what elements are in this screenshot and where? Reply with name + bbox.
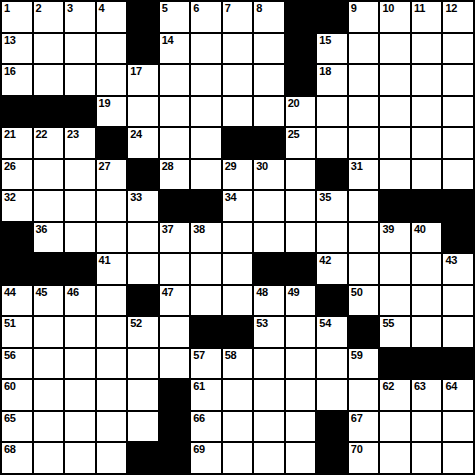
cell-r3c13[interactable] <box>380 65 410 95</box>
black-square-r9c10 <box>286 254 316 284</box>
cell-r5c13[interactable] <box>380 128 410 158</box>
cell-r14c10[interactable] <box>286 412 316 442</box>
clue-number-19: 19 <box>99 97 111 110</box>
cell-r9c15[interactable]: 43 <box>443 254 473 284</box>
clue-number-40: 40 <box>414 223 426 236</box>
cell-r5c11[interactable] <box>317 128 347 158</box>
cell-r13c9[interactable] <box>254 380 284 410</box>
black-square-r12c13 <box>380 349 410 379</box>
cell-r12c3[interactable] <box>65 349 95 379</box>
cell-r15c8[interactable] <box>223 443 253 473</box>
cell-r11c3[interactable] <box>65 317 95 347</box>
cell-r14c9[interactable] <box>254 412 284 442</box>
clue-number-63: 63 <box>414 380 426 393</box>
cell-r8c2[interactable]: 36 <box>34 223 64 253</box>
cell-r3c8[interactable] <box>223 65 253 95</box>
cell-r10c4[interactable] <box>97 286 127 316</box>
cell-r11c9[interactable]: 53 <box>254 317 284 347</box>
cell-r9c8[interactable] <box>223 254 253 284</box>
clue-number-55: 55 <box>382 317 394 330</box>
black-square-r5c9 <box>254 128 284 158</box>
cell-r12c8[interactable]: 58 <box>223 349 253 379</box>
clue-number-50: 50 <box>351 286 363 299</box>
cell-r6c13[interactable] <box>380 160 410 190</box>
cell-r13c14[interactable]: 63 <box>412 380 442 410</box>
black-square-r9c3 <box>65 254 95 284</box>
cell-r1c12[interactable]: 9 <box>349 2 379 32</box>
cell-r13c13[interactable]: 62 <box>380 380 410 410</box>
black-square-r2c10 <box>286 34 316 64</box>
clue-number-68: 68 <box>4 443 16 456</box>
cell-r12c4[interactable] <box>97 349 127 379</box>
clue-number-51: 51 <box>4 317 16 330</box>
black-square-r1c11 <box>317 2 347 32</box>
cell-r7c3[interactable] <box>65 191 95 221</box>
cell-r9c4[interactable]: 41 <box>97 254 127 284</box>
cell-r1c7[interactable]: 6 <box>191 2 221 32</box>
cell-r6c3[interactable] <box>65 160 95 190</box>
cell-r12c1[interactable]: 56 <box>2 349 32 379</box>
cell-r8c7[interactable]: 38 <box>191 223 221 253</box>
clue-number-33: 33 <box>130 191 142 204</box>
cell-r15c13[interactable] <box>380 443 410 473</box>
cell-r14c3[interactable] <box>65 412 95 442</box>
cell-r11c5[interactable]: 52 <box>128 317 158 347</box>
clue-number-8: 8 <box>256 2 262 15</box>
clue-number-35: 35 <box>319 191 331 204</box>
clue-number-46: 46 <box>67 286 79 299</box>
cell-r3c3[interactable] <box>65 65 95 95</box>
black-square-r5c8 <box>223 128 253 158</box>
black-square-r10c5 <box>128 286 158 316</box>
black-square-r11c12 <box>349 317 379 347</box>
cell-r14c4[interactable] <box>97 412 127 442</box>
cell-r14c15[interactable] <box>443 412 473 442</box>
clue-number-64: 64 <box>445 380 457 393</box>
cell-r1c15[interactable]: 12 <box>443 2 473 32</box>
cell-r8c4[interactable] <box>97 223 127 253</box>
clue-number-32: 32 <box>4 191 16 204</box>
cell-r3c11[interactable]: 18 <box>317 65 347 95</box>
cell-r3c12[interactable] <box>349 65 379 95</box>
cell-r3c4[interactable] <box>97 65 127 95</box>
clue-number-34: 34 <box>225 191 237 204</box>
cell-r5c14[interactable] <box>412 128 442 158</box>
clue-number-49: 49 <box>288 286 300 299</box>
black-square-r10c11 <box>317 286 347 316</box>
cell-r6c15[interactable] <box>443 160 473 190</box>
cell-r14c12[interactable]: 67 <box>349 412 379 442</box>
clue-number-45: 45 <box>36 286 48 299</box>
cell-r1c4[interactable]: 4 <box>97 2 127 32</box>
cell-r6c12[interactable]: 31 <box>349 160 379 190</box>
cell-r4c8[interactable] <box>223 97 253 127</box>
cell-r12c12[interactable]: 59 <box>349 349 379 379</box>
clue-number-36: 36 <box>36 223 48 236</box>
clue-number-67: 67 <box>351 412 363 425</box>
cell-r7c8[interactable]: 34 <box>223 191 253 221</box>
clue-number-18: 18 <box>319 65 331 78</box>
cell-r14c13[interactable] <box>380 412 410 442</box>
cell-r6c14[interactable] <box>412 160 442 190</box>
cell-r1c1[interactable]: 1 <box>2 2 32 32</box>
cell-r6c4[interactable]: 27 <box>97 160 127 190</box>
cell-r2c15[interactable] <box>443 34 473 64</box>
cell-r10c8[interactable] <box>223 286 253 316</box>
cell-r8c10[interactable] <box>286 223 316 253</box>
cell-r5c15[interactable] <box>443 128 473 158</box>
cell-r4c15[interactable] <box>443 97 473 127</box>
clue-number-38: 38 <box>193 223 205 236</box>
cell-r10c7[interactable] <box>191 286 221 316</box>
cell-r14c5[interactable] <box>128 412 158 442</box>
cell-r4c12[interactable] <box>349 97 379 127</box>
cell-r5c7[interactable] <box>191 128 221 158</box>
cell-r15c7[interactable]: 69 <box>191 443 221 473</box>
black-square-r7c6 <box>160 191 190 221</box>
cell-r6c7[interactable] <box>191 160 221 190</box>
clue-number-44: 44 <box>4 286 16 299</box>
clue-number-53: 53 <box>256 317 268 330</box>
cell-r1c2[interactable]: 2 <box>34 2 64 32</box>
clue-number-27: 27 <box>99 160 111 173</box>
cell-r13c8[interactable] <box>223 380 253 410</box>
cell-r15c15[interactable] <box>443 443 473 473</box>
cell-r5c2[interactable]: 22 <box>34 128 64 158</box>
clue-number-57: 57 <box>193 349 205 362</box>
clue-number-22: 22 <box>36 128 48 141</box>
cell-r5c6[interactable] <box>160 128 190 158</box>
cell-r12c10[interactable] <box>286 349 316 379</box>
black-square-r14c6 <box>160 412 190 442</box>
black-square-r12c14 <box>412 349 442 379</box>
cell-r15c14[interactable] <box>412 443 442 473</box>
cell-r13c5[interactable] <box>128 380 158 410</box>
cell-r2c4[interactable] <box>97 34 127 64</box>
clue-number-14: 14 <box>162 34 174 47</box>
cell-r10c3[interactable]: 46 <box>65 286 95 316</box>
cell-r12c11[interactable] <box>317 349 347 379</box>
cell-r10c9[interactable]: 48 <box>254 286 284 316</box>
cell-r15c12[interactable]: 70 <box>349 443 379 473</box>
clue-number-9: 9 <box>351 2 357 15</box>
cell-r11c13[interactable]: 55 <box>380 317 410 347</box>
black-square-r7c13 <box>380 191 410 221</box>
cell-r2c13[interactable] <box>380 34 410 64</box>
cell-r2c12[interactable] <box>349 34 379 64</box>
cell-r2c8[interactable] <box>223 34 253 64</box>
black-square-r15c6 <box>160 443 190 473</box>
cell-r5c12[interactable] <box>349 128 379 158</box>
clue-number-56: 56 <box>4 349 16 362</box>
cell-r9c12[interactable] <box>349 254 379 284</box>
cell-r3c6[interactable] <box>160 65 190 95</box>
clue-number-60: 60 <box>4 380 16 393</box>
cell-r6c9[interactable]: 30 <box>254 160 284 190</box>
clue-number-4: 4 <box>99 2 105 15</box>
clue-number-41: 41 <box>99 254 111 267</box>
cell-r13c2[interactable] <box>34 380 64 410</box>
clue-number-6: 6 <box>193 2 199 15</box>
cell-r13c11[interactable] <box>317 380 347 410</box>
cell-r14c7[interactable]: 66 <box>191 412 221 442</box>
cell-r7c9[interactable] <box>254 191 284 221</box>
cell-r14c8[interactable] <box>223 412 253 442</box>
cell-r12c2[interactable] <box>34 349 64 379</box>
cell-r11c6[interactable] <box>160 317 190 347</box>
black-square-r15c11 <box>317 443 347 473</box>
cell-r12c5[interactable] <box>128 349 158 379</box>
cell-r10c15[interactable] <box>443 286 473 316</box>
black-square-r11c7 <box>191 317 221 347</box>
black-square-r5c4 <box>97 128 127 158</box>
clue-number-16: 16 <box>4 65 16 78</box>
cell-r7c5[interactable]: 33 <box>128 191 158 221</box>
cell-r10c13[interactable] <box>380 286 410 316</box>
cell-r3c1[interactable]: 16 <box>2 65 32 95</box>
cell-r10c6[interactable]: 47 <box>160 286 190 316</box>
cell-r7c2[interactable] <box>34 191 64 221</box>
clue-number-52: 52 <box>130 317 142 330</box>
cell-r2c2[interactable] <box>34 34 64 64</box>
cell-r8c5[interactable] <box>128 223 158 253</box>
black-square-r4c2 <box>34 97 64 127</box>
clue-number-42: 42 <box>319 254 331 267</box>
clue-number-25: 25 <box>288 128 300 141</box>
cell-r3c2[interactable] <box>34 65 64 95</box>
black-square-r4c1 <box>2 97 32 127</box>
black-square-r1c10 <box>286 2 316 32</box>
cell-r2c9[interactable] <box>254 34 284 64</box>
cell-r4c4[interactable]: 19 <box>97 97 127 127</box>
cell-r15c10[interactable] <box>286 443 316 473</box>
cell-r8c9[interactable] <box>254 223 284 253</box>
cell-r15c2[interactable] <box>34 443 64 473</box>
cell-r1c14[interactable]: 11 <box>412 2 442 32</box>
cell-r9c5[interactable] <box>128 254 158 284</box>
cell-r11c2[interactable] <box>34 317 64 347</box>
cell-r4c10[interactable]: 20 <box>286 97 316 127</box>
black-square-r11c8 <box>223 317 253 347</box>
black-square-r1c5 <box>128 2 158 32</box>
cell-r12c7[interactable]: 57 <box>191 349 221 379</box>
black-square-r8c1 <box>2 223 32 253</box>
clue-number-15: 15 <box>319 34 331 47</box>
clue-number-26: 26 <box>4 160 16 173</box>
cell-r11c10[interactable] <box>286 317 316 347</box>
clue-number-7: 7 <box>225 2 231 15</box>
clue-number-70: 70 <box>351 443 363 456</box>
cell-r3c9[interactable] <box>254 65 284 95</box>
cell-r3c14[interactable] <box>412 65 442 95</box>
cell-r2c1[interactable]: 13 <box>2 34 32 64</box>
cell-r5c10[interactable]: 25 <box>286 128 316 158</box>
clue-number-69: 69 <box>193 443 205 456</box>
clue-number-10: 10 <box>382 2 394 15</box>
cell-r4c13[interactable] <box>380 97 410 127</box>
cell-r13c15[interactable]: 64 <box>443 380 473 410</box>
cell-r11c14[interactable] <box>412 317 442 347</box>
cell-r2c14[interactable] <box>412 34 442 64</box>
cell-r5c1[interactable]: 21 <box>2 128 32 158</box>
cell-r1c3[interactable]: 3 <box>65 2 95 32</box>
cell-r9c6[interactable] <box>160 254 190 284</box>
cell-r10c12[interactable]: 50 <box>349 286 379 316</box>
cell-r7c10[interactable] <box>286 191 316 221</box>
cell-r9c11[interactable]: 42 <box>317 254 347 284</box>
cell-r6c6[interactable]: 28 <box>160 160 190 190</box>
clue-number-43: 43 <box>445 254 457 267</box>
clue-number-61: 61 <box>193 380 205 393</box>
black-square-r8c15 <box>443 223 473 253</box>
black-square-r3c10 <box>286 65 316 95</box>
clue-number-2: 2 <box>36 2 42 15</box>
crossword-grid: 1234567891011121314151617181920212223242… <box>0 0 475 475</box>
black-square-r7c7 <box>191 191 221 221</box>
cell-r12c6[interactable] <box>160 349 190 379</box>
cell-r8c13[interactable]: 39 <box>380 223 410 253</box>
clue-number-5: 5 <box>162 2 168 15</box>
cell-r15c1[interactable]: 68 <box>2 443 32 473</box>
cell-r10c2[interactable]: 45 <box>34 286 64 316</box>
black-square-r2c5 <box>128 34 158 64</box>
cell-r7c1[interactable]: 32 <box>2 191 32 221</box>
black-square-r12c15 <box>443 349 473 379</box>
cell-r3c15[interactable] <box>443 65 473 95</box>
cell-r2c7[interactable] <box>191 34 221 64</box>
clue-number-65: 65 <box>4 412 16 425</box>
cell-r11c4[interactable] <box>97 317 127 347</box>
black-square-r13c6 <box>160 380 190 410</box>
clue-number-24: 24 <box>130 128 142 141</box>
cell-r13c7[interactable]: 61 <box>191 380 221 410</box>
cell-r5c5[interactable]: 24 <box>128 128 158 158</box>
clue-number-58: 58 <box>225 349 237 362</box>
cell-r4c6[interactable] <box>160 97 190 127</box>
cell-r6c10[interactable] <box>286 160 316 190</box>
cell-r12c9[interactable] <box>254 349 284 379</box>
cell-r4c14[interactable] <box>412 97 442 127</box>
black-square-r6c5 <box>128 160 158 190</box>
cell-r7c11[interactable]: 35 <box>317 191 347 221</box>
cell-r15c9[interactable] <box>254 443 284 473</box>
cell-r11c1[interactable]: 51 <box>2 317 32 347</box>
cell-r1c8[interactable]: 7 <box>223 2 253 32</box>
cell-r4c9[interactable] <box>254 97 284 127</box>
cell-r2c3[interactable] <box>65 34 95 64</box>
clue-number-21: 21 <box>4 128 16 141</box>
cell-r10c10[interactable]: 49 <box>286 286 316 316</box>
cell-r6c1[interactable]: 26 <box>2 160 32 190</box>
cell-r5c3[interactable]: 23 <box>65 128 95 158</box>
black-square-r6c11 <box>317 160 347 190</box>
cell-r9c13[interactable] <box>380 254 410 284</box>
cell-r1c9[interactable]: 8 <box>254 2 284 32</box>
cell-r6c8[interactable]: 29 <box>223 160 253 190</box>
black-square-r7c14 <box>412 191 442 221</box>
cell-r8c6[interactable]: 37 <box>160 223 190 253</box>
cell-r4c5[interactable] <box>128 97 158 127</box>
black-square-r15c5 <box>128 443 158 473</box>
cell-r2c11[interactable]: 15 <box>317 34 347 64</box>
clue-number-13: 13 <box>4 34 16 47</box>
clue-number-30: 30 <box>256 160 268 173</box>
cell-r1c13[interactable]: 10 <box>380 2 410 32</box>
cell-r6c2[interactable] <box>34 160 64 190</box>
clue-number-39: 39 <box>382 223 394 236</box>
clue-number-48: 48 <box>256 286 268 299</box>
cell-r8c14[interactable]: 40 <box>412 223 442 253</box>
clue-number-59: 59 <box>351 349 363 362</box>
clue-number-23: 23 <box>67 128 79 141</box>
cell-r15c4[interactable] <box>97 443 127 473</box>
cell-r9c14[interactable] <box>412 254 442 284</box>
cell-r3c7[interactable] <box>191 65 221 95</box>
cell-r14c2[interactable] <box>34 412 64 442</box>
black-square-r14c11 <box>317 412 347 442</box>
cell-r8c8[interactable] <box>223 223 253 253</box>
clue-number-62: 62 <box>382 380 394 393</box>
black-square-r9c9 <box>254 254 284 284</box>
clue-number-12: 12 <box>445 2 457 15</box>
clue-number-66: 66 <box>193 412 205 425</box>
cell-r4c11[interactable] <box>317 97 347 127</box>
clue-number-31: 31 <box>351 160 363 173</box>
clue-number-47: 47 <box>162 286 174 299</box>
cell-r11c11[interactable]: 54 <box>317 317 347 347</box>
clue-number-20: 20 <box>288 97 300 110</box>
cell-r8c11[interactable] <box>317 223 347 253</box>
cell-r2c6[interactable]: 14 <box>160 34 190 64</box>
cell-r7c12[interactable] <box>349 191 379 221</box>
clue-number-1: 1 <box>4 2 10 15</box>
cell-r7c4[interactable] <box>97 191 127 221</box>
cell-r10c14[interactable] <box>412 286 442 316</box>
clue-number-54: 54 <box>319 317 331 330</box>
cell-r8c12[interactable] <box>349 223 379 253</box>
cell-r13c1[interactable]: 60 <box>2 380 32 410</box>
cell-r1c6[interactable]: 5 <box>160 2 190 32</box>
cell-r11c15[interactable] <box>443 317 473 347</box>
cell-r10c1[interactable]: 44 <box>2 286 32 316</box>
clue-number-37: 37 <box>162 223 174 236</box>
black-square-r9c2 <box>34 254 64 284</box>
cell-r13c12[interactable] <box>349 380 379 410</box>
black-square-r9c1 <box>2 254 32 284</box>
cell-r14c1[interactable]: 65 <box>2 412 32 442</box>
clue-number-11: 11 <box>414 2 425 15</box>
cell-r3c5[interactable]: 17 <box>128 65 158 95</box>
clue-number-29: 29 <box>225 160 237 173</box>
cell-r9c7[interactable] <box>191 254 221 284</box>
cell-r4c7[interactable] <box>191 97 221 127</box>
cell-r8c3[interactable] <box>65 223 95 253</box>
black-square-r7c15 <box>443 191 473 221</box>
clue-number-3: 3 <box>67 2 73 15</box>
cell-r13c3[interactable] <box>65 380 95 410</box>
clue-number-17: 17 <box>130 65 142 78</box>
cell-r15c3[interactable] <box>65 443 95 473</box>
cell-r14c14[interactable] <box>412 412 442 442</box>
cell-r13c4[interactable] <box>97 380 127 410</box>
black-square-r4c3 <box>65 97 95 127</box>
cell-r13c10[interactable] <box>286 380 316 410</box>
clue-number-28: 28 <box>162 160 174 173</box>
